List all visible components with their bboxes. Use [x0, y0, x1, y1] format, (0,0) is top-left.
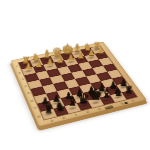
black-rook-a8: ♜	[40, 101, 58, 114]
black-rook-icon: ♜	[44, 104, 53, 114]
chess-board: abcdefgh 12345678 ♜♞♝♛♚♝♞♜♟♟♟♟♟♟♟♟♟♟♟♟♟♟…	[11, 42, 147, 127]
scene: abcdefgh 12345678 ♜♞♝♛♚♝♞♜♟♟♟♟♟♟♟♟♟♟♟♟♟♟…	[0, 0, 150, 150]
chess-set-photo: abcdefgh 12345678 ♜♞♝♛♚♝♞♜♟♟♟♟♟♟♟♟♟♟♟♟♟♟…	[0, 0, 150, 150]
